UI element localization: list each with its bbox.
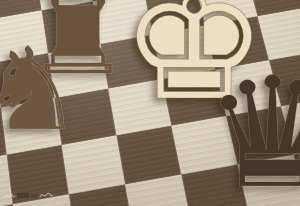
chessboard-photo: ♜♞♚♛ bbox=[0, 0, 300, 206]
square-g2 bbox=[237, 155, 300, 206]
board-tilt-wrapper bbox=[0, 0, 300, 206]
chess-board bbox=[0, 0, 300, 206]
signature-watermark bbox=[3, 188, 55, 202]
